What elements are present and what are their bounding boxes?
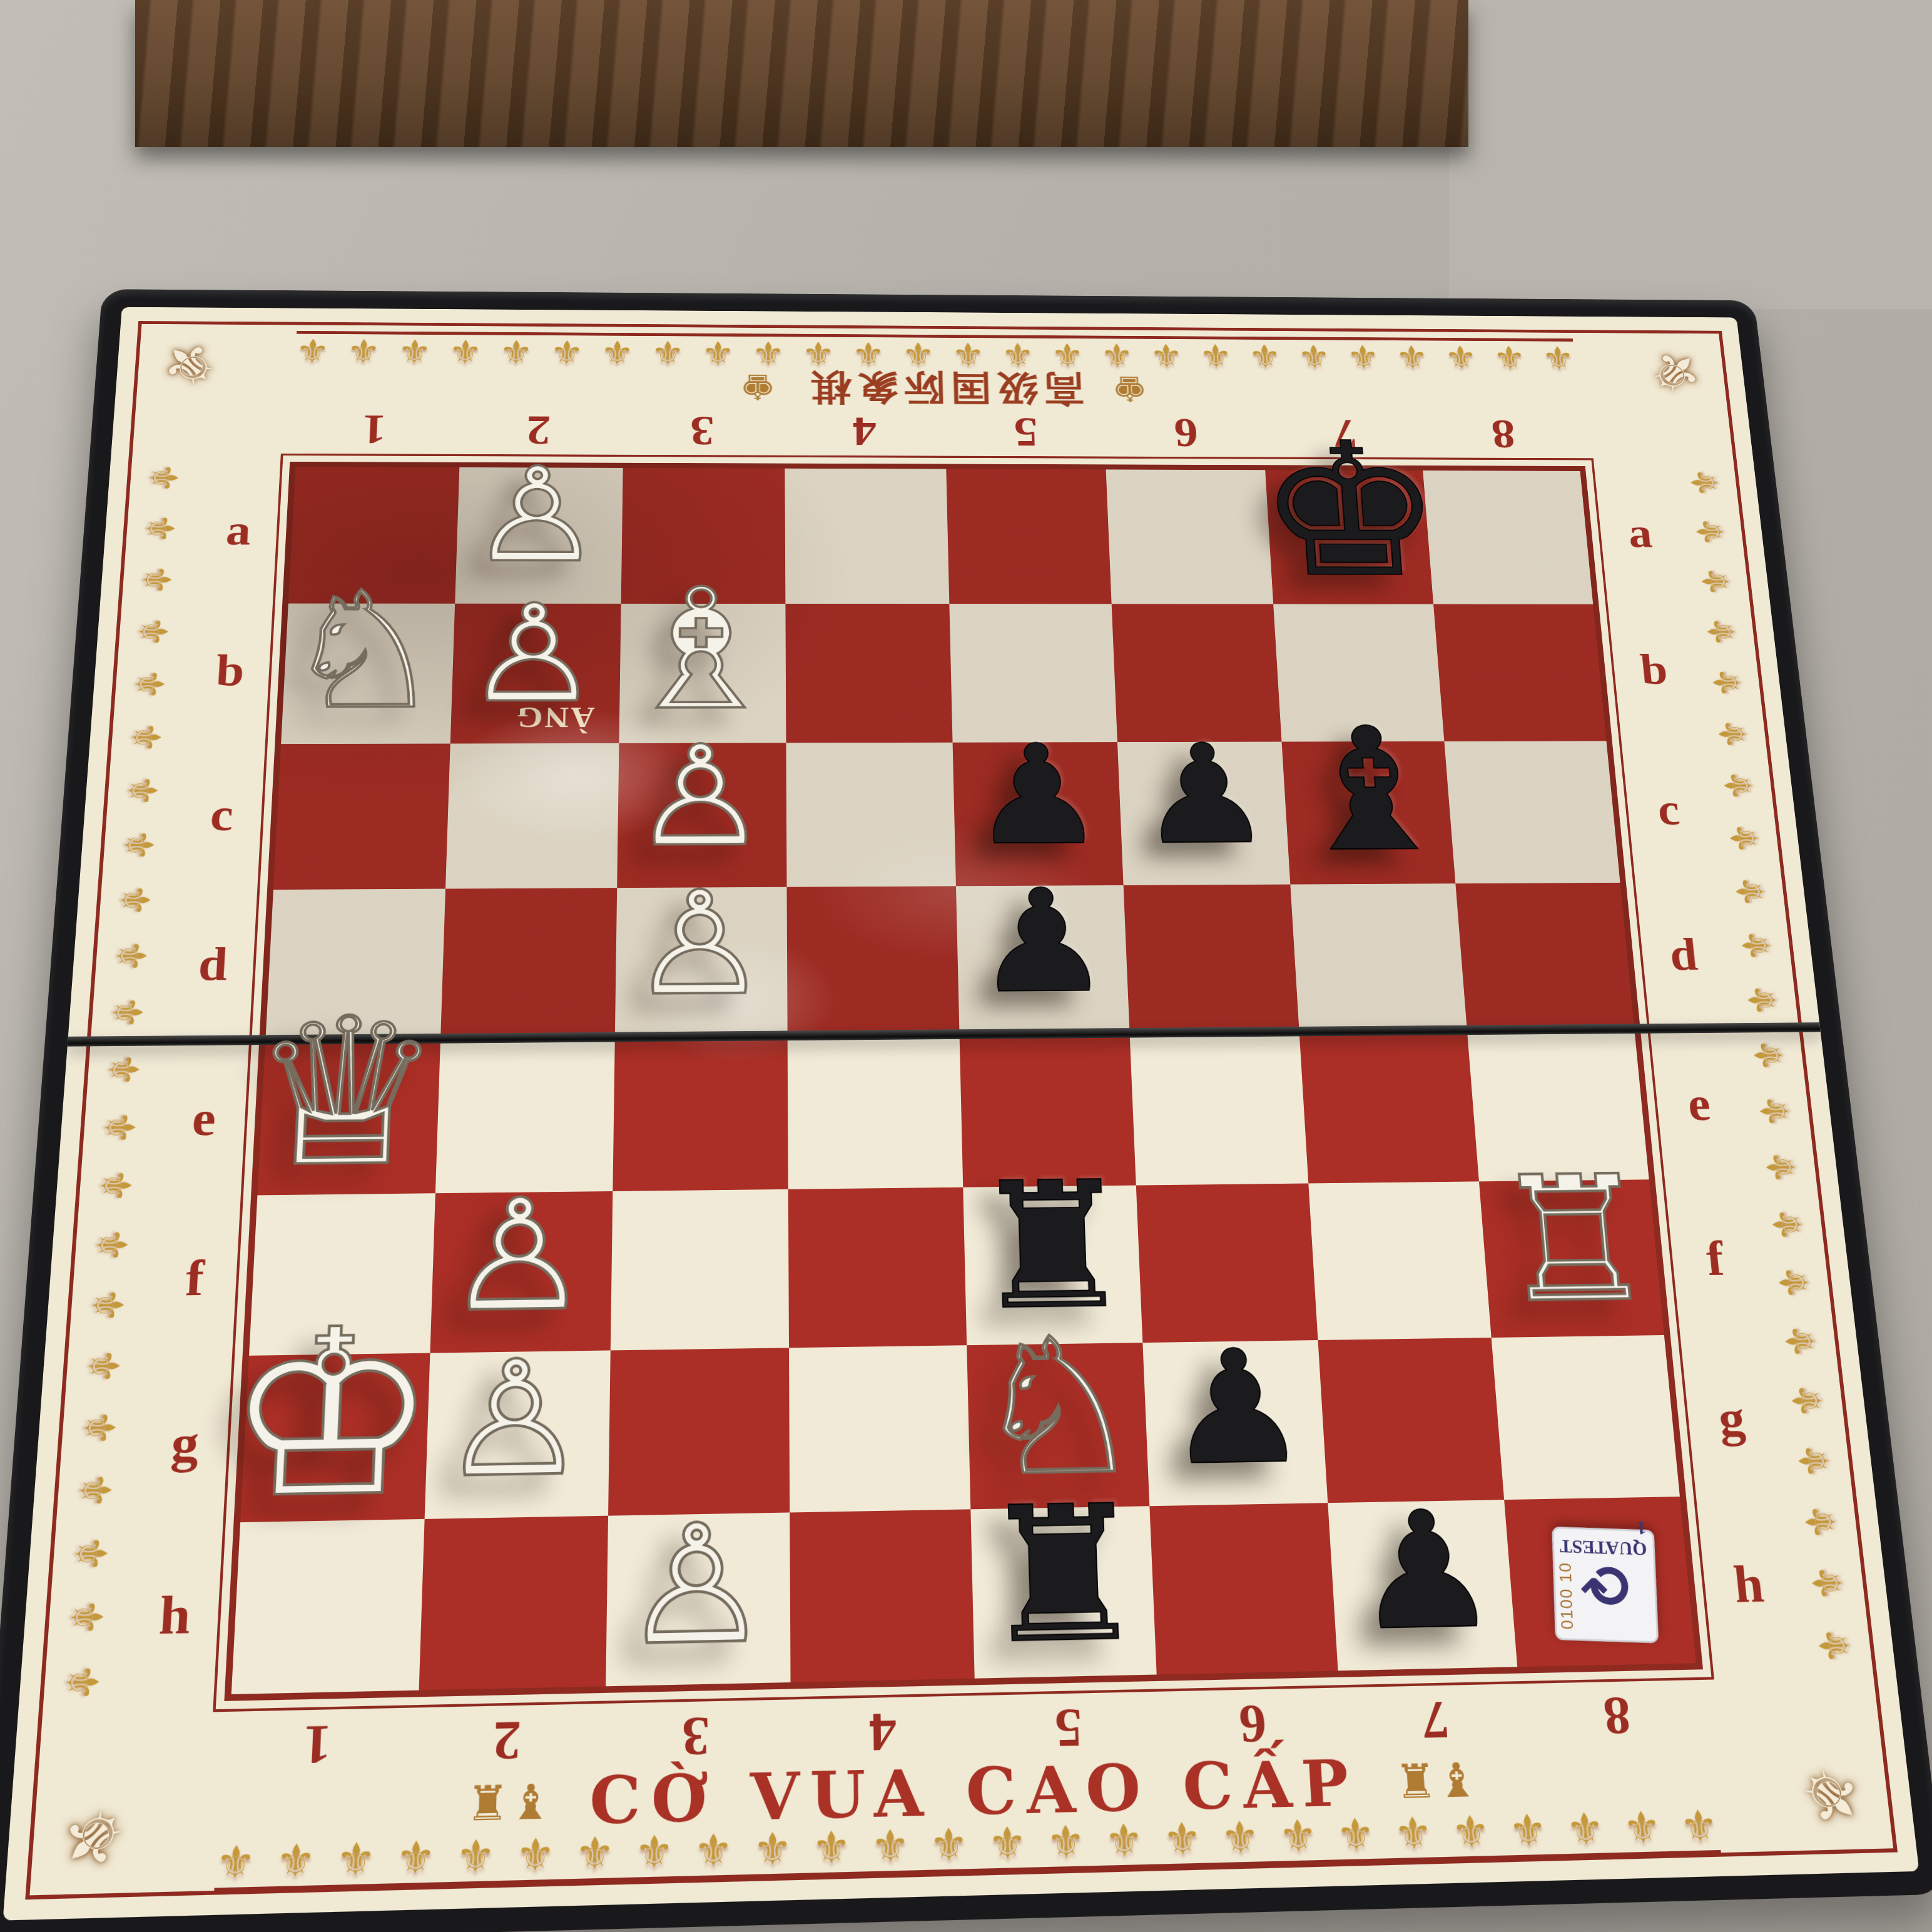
label-right-h: h: [1699, 1499, 1799, 1669]
banner-piece-icon: ♚: [740, 366, 776, 407]
fleur-de-lis-icon: ⚜: [1792, 1442, 1837, 1479]
banner-piece-icon: ♚: [1111, 368, 1148, 409]
fleur-de-lis-icon: ⚜: [143, 463, 184, 493]
fleur-de-lis-icon: ⚜: [1813, 1627, 1858, 1665]
fleur-de-lis-icon: ⚜: [1730, 875, 1771, 907]
square-f7[interactable]: [1308, 1181, 1492, 1340]
square-d8[interactable]: [1456, 882, 1634, 1030]
label-left-h: h: [125, 1527, 223, 1703]
fleur-de-lis-icon: ⚜: [1724, 822, 1766, 853]
sticker-logo-icon: ⟳: [1579, 1556, 1630, 1610]
square-h6[interactable]: [1150, 1502, 1338, 1674]
fleur-de-lis-icon: ⚜: [129, 668, 170, 699]
fleur-de-lis-icon: ⚜: [1799, 1503, 1843, 1540]
label-right-f: f: [1667, 1179, 1764, 1338]
fleur-de-lis-icon: ⚜: [1719, 770, 1759, 801]
piece-white-pawn-b2[interactable]: ♙: [464, 586, 602, 721]
fleur-de-lis-icon: ⚜: [81, 1348, 126, 1385]
label-left-g: g: [136, 1359, 233, 1528]
fleur-de-lis-icon: ⚜: [1772, 1265, 1816, 1300]
square-e6[interactable]: [1130, 1031, 1308, 1185]
fleur-de-lis-icon: ⚜: [1760, 1150, 1802, 1184]
fleur-de-lis-icon: ⚜: [59, 1662, 105, 1702]
board-face: ⚜ ⚜ ⚜ ⚜ ⚜⚜⚜⚜⚜⚜⚜⚜⚜⚜⚜⚜⚜⚜⚜⚜⚜⚜⚜⚜⚜⚜⚜⚜⚜⚜ ⚜⚜⚜⚜⚜…: [3, 307, 1919, 1920]
label-left-b: b: [186, 599, 274, 741]
fleur-de-lis-icon: ⚜: [136, 564, 178, 595]
label-right-a: a: [1596, 466, 1684, 600]
piece-black-king-a7[interactable]: ♚: [1252, 419, 1450, 603]
fleur-de-lis-icon: ⚜: [121, 775, 163, 807]
fleur-de-lis-icon: ⚜: [1779, 1323, 1823, 1359]
square-a5[interactable]: [946, 469, 1112, 603]
fleur-de-lis-icon: ⚜: [109, 939, 153, 973]
label-top-5: 5: [945, 406, 1107, 459]
label-left-f: f: [147, 1196, 241, 1360]
piece-black-pawn-c5[interactable]: ♟: [969, 726, 1108, 864]
banner-piece-icon: ♜♝: [1393, 1752, 1480, 1809]
square-e3[interactable]: [613, 1035, 788, 1191]
sticker-code: 0100 10: [1555, 1561, 1577, 1629]
square-f3[interactable]: [611, 1189, 790, 1350]
piece-black-pawn-g6[interactable]: ♟: [1161, 1328, 1313, 1487]
piece-white-pawn-f2[interactable]: ♙: [444, 1178, 592, 1333]
square-c2[interactable]: [446, 743, 619, 888]
square-g8[interactable]: [1492, 1335, 1680, 1500]
square-c4[interactable]: [786, 742, 956, 887]
square-c1[interactable]: [273, 743, 450, 889]
piece-white-king-g1[interactable]: ♔: [218, 1298, 442, 1531]
fleur-de-lis-icon: ⚜: [1806, 1564, 1851, 1602]
fleur-de-lis-icon: ⚜: [1713, 718, 1754, 749]
fleur-de-lis-icon: ⚜: [1742, 984, 1784, 1017]
label-top-6: 6: [1105, 407, 1268, 459]
label-right-g: g: [1683, 1336, 1781, 1500]
square-b8[interactable]: [1433, 604, 1606, 741]
square-g4[interactable]: [789, 1345, 970, 1512]
fleur-de-lis-icon: ⚜: [1766, 1207, 1809, 1241]
fleur-de-lis-icon: ⚜: [85, 1287, 130, 1323]
fleur-de-lis-icon: ⚜: [1736, 929, 1778, 962]
fleur-de-lis-icon: ⚜: [106, 995, 149, 1029]
board-scene: ⚜ ⚜ ⚜ ⚜ ⚜⚜⚜⚜⚜⚜⚜⚜⚜⚜⚜⚜⚜⚜⚜⚜⚜⚜⚜⚜⚜⚜⚜⚜⚜⚜ ⚜⚜⚜⚜⚜…: [0, 0, 1932, 1932]
fleur-de-lis-icon: ⚜: [1707, 667, 1748, 698]
fleur-de-lis-icon: ⚜: [1748, 1038, 1790, 1071]
piece-white-pawn-d3[interactable]: ♙: [629, 872, 770, 1015]
square-d4[interactable]: [787, 886, 959, 1035]
piece-white-pawn-c3[interactable]: ♙: [631, 727, 769, 866]
label-right-e: e: [1652, 1027, 1747, 1180]
label-top-3: 3: [620, 405, 783, 458]
fleur-de-lis-icon: ⚜: [140, 513, 180, 543]
fleur-de-lis-icon: ⚜: [1702, 616, 1742, 646]
square-d7[interactable]: [1290, 883, 1467, 1031]
fleur-de-lis-icon: ⚜: [89, 1227, 134, 1263]
fleur-de-lis-icon: ⚜: [63, 1598, 109, 1637]
square-d6[interactable]: [1124, 884, 1299, 1032]
piece-white-rook-f8[interactable]: ♖: [1488, 1153, 1662, 1327]
square-e4[interactable]: [788, 1034, 963, 1189]
square-c8[interactable]: [1445, 741, 1620, 883]
piece-white-pawn-a2[interactable]: ♙: [468, 450, 604, 581]
square-d2[interactable]: [441, 887, 618, 1038]
piece-black-pawn-h7[interactable]: ♟: [1348, 1489, 1503, 1653]
square-f4[interactable]: [788, 1187, 967, 1348]
square-b4[interactable]: [786, 603, 953, 743]
fleur-de-lis-icon: ⚜: [98, 1110, 141, 1145]
fleur-de-lis-icon: ⚜: [114, 883, 156, 917]
label-left-c: c: [177, 741, 267, 888]
label-right-b: b: [1610, 600, 1699, 738]
piece-white-pawn-g2[interactable]: ♙: [439, 1338, 590, 1500]
fleur-de-lis-icon: ⚜: [77, 1409, 122, 1446]
square-h4[interactable]: [790, 1509, 975, 1682]
fleur-de-lis-icon: ⚜: [1690, 517, 1730, 546]
fleur-de-lis-icon: ⚜: [68, 1534, 114, 1573]
label-top-8: 8: [1422, 409, 1584, 460]
fleur-de-lis-icon: ⚜: [125, 721, 167, 753]
piece-white-bishop-b3[interactable]: ♗: [616, 567, 785, 734]
label-top-4: 4: [783, 405, 946, 458]
label-right-c: c: [1624, 738, 1715, 881]
fleur-de-lis-icon: ⚜: [1685, 468, 1725, 497]
piece-black-bishop-c7[interactable]: ♝: [1282, 705, 1459, 875]
fleur-de-lis-icon: ⚜: [133, 616, 174, 647]
fleur-de-lis-icon: ⚜: [1786, 1382, 1829, 1418]
label-left-e: e: [157, 1040, 250, 1197]
label-left-d: d: [167, 888, 258, 1040]
square-e7[interactable]: [1299, 1030, 1479, 1183]
piece-white-queen-e1[interactable]: ♕: [242, 991, 447, 1196]
piece-white-pawn-h3[interactable]: ♙: [621, 1502, 771, 1669]
sticker-brand: QUATEST 1: [1558, 1514, 1647, 1558]
fleur-de-lis-icon: ⚜: [102, 1052, 145, 1086]
piece-black-pawn-c6[interactable]: ♟: [1134, 726, 1275, 863]
fleur-de-lis-icon: ⚜: [1754, 1094, 1796, 1127]
piece-white-knight-b1[interactable]: ♘: [279, 570, 449, 731]
chess-board-frame: ⚜ ⚜ ⚜ ⚜ ⚜⚜⚜⚜⚜⚜⚜⚜⚜⚜⚜⚜⚜⚜⚜⚜⚜⚜⚜⚜⚜⚜⚜⚜⚜⚜ ⚜⚜⚜⚜⚜…: [0, 289, 1932, 1932]
banner-piece-icon: ♜♝: [465, 1774, 553, 1832]
label-top-1: 1: [290, 403, 457, 456]
square-a4[interactable]: [785, 468, 949, 603]
label-left-a: a: [195, 461, 282, 599]
label-right-d: d: [1637, 880, 1730, 1028]
square-a6[interactable]: [1106, 469, 1273, 604]
piece-black-pawn-d5[interactable]: ♟: [972, 870, 1114, 1013]
fleur-de-lis-icon: ⚜: [73, 1471, 118, 1509]
fleur-de-lis-icon: ⚜: [1696, 566, 1736, 596]
fleur-de-lis-icon: ⚜: [118, 828, 160, 861]
top-banner-text: 高级国际象棋: [804, 364, 1084, 412]
square-h2[interactable]: [419, 1515, 608, 1690]
quatest-sticker[interactable]: ⟳ 0100 10 QUATEST 1: [1551, 1526, 1658, 1643]
piece-black-rook-h5[interactable]: ♜: [977, 1480, 1151, 1670]
fleur-de-lis-icon: ⚜: [94, 1168, 138, 1204]
photo-scene: ⚜ ⚜ ⚜ ⚜ ⚜⚜⚜⚜⚜⚜⚜⚜⚜⚜⚜⚜⚜⚜⚜⚜⚜⚜⚜⚜⚜⚜⚜⚜⚜⚜ ⚜⚜⚜⚜⚜…: [0, 0, 1932, 1932]
